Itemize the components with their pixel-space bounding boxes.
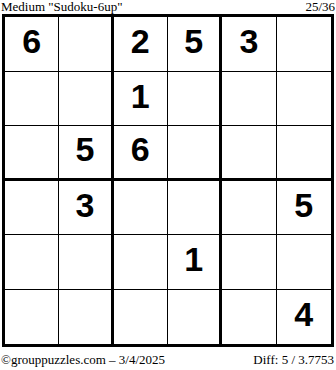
given-digit: 6 (131, 130, 150, 169)
given-digit: 2 (131, 22, 150, 61)
cell-r2c1[interactable] (5, 72, 59, 127)
cell-r5c1[interactable] (5, 235, 59, 290)
given-digit: 5 (184, 22, 203, 61)
cell-r1c3[interactable]: 2 (114, 17, 168, 72)
given-digit: 5 (294, 186, 313, 225)
cell-r4c6[interactable]: 5 (277, 181, 331, 236)
cell-r6c5[interactable] (222, 290, 276, 345)
cell-r2c5[interactable] (222, 72, 276, 127)
given-digit: 5 (76, 130, 95, 169)
footer: ©grouppuzzles.com – 3/4/2025 Diff: 5 / 3… (1, 352, 334, 368)
cell-r2c4[interactable] (168, 72, 222, 127)
cell-r3c2[interactable]: 5 (59, 126, 113, 181)
cell-r1c6[interactable] (277, 17, 331, 72)
cell-r5c5[interactable] (222, 235, 276, 290)
cell-r5c3[interactable] (114, 235, 168, 290)
cell-r3c3[interactable]: 6 (114, 126, 168, 181)
puzzle-title: Medium "Sudoku-6up" (1, 0, 122, 14)
cell-r3c4[interactable] (168, 126, 222, 181)
cell-r4c1[interactable] (5, 181, 59, 236)
given-digit: 4 (294, 295, 313, 334)
cell-r2c3[interactable]: 1 (114, 72, 168, 127)
cell-r6c2[interactable] (59, 290, 113, 345)
cell-r1c5[interactable]: 3 (222, 17, 276, 72)
cell-r5c6[interactable] (277, 235, 331, 290)
sudoku-board: 62531563514 (2, 14, 334, 347)
given-digit: 1 (131, 77, 150, 116)
given-digit: 3 (240, 22, 259, 61)
cell-r6c6[interactable]: 4 (277, 290, 331, 345)
header: Medium "Sudoku-6up" 25/36 (1, 0, 335, 14)
empty-cells-counter: 25/36 (305, 0, 335, 14)
copyright-date: ©grouppuzzles.com – 3/4/2025 (1, 352, 165, 368)
cell-r1c4[interactable]: 5 (168, 17, 222, 72)
cell-r6c4[interactable] (168, 290, 222, 345)
cell-r5c4[interactable]: 1 (168, 235, 222, 290)
cell-r3c1[interactable] (5, 126, 59, 181)
difficulty-rating: Diff: 5 / 3.7753 (253, 352, 334, 368)
given-digit: 6 (22, 22, 41, 61)
cell-r2c2[interactable] (59, 72, 113, 127)
cell-r4c2[interactable]: 3 (59, 181, 113, 236)
cell-r3c6[interactable] (277, 126, 331, 181)
cell-r4c5[interactable] (222, 181, 276, 236)
cell-r3c5[interactable] (222, 126, 276, 181)
cell-r2c6[interactable] (277, 72, 331, 127)
cell-r1c2[interactable] (59, 17, 113, 72)
cell-r6c3[interactable] (114, 290, 168, 345)
given-digit: 3 (76, 186, 95, 225)
cell-r1c1[interactable]: 6 (5, 17, 59, 72)
cell-r4c3[interactable] (114, 181, 168, 236)
cell-r4c4[interactable] (168, 181, 222, 236)
cell-r6c1[interactable] (5, 290, 59, 345)
given-digit: 1 (184, 240, 203, 279)
puzzle-page: Medium "Sudoku-6up" 25/36 62531563514 ©g… (0, 0, 336, 370)
cell-r5c2[interactable] (59, 235, 113, 290)
